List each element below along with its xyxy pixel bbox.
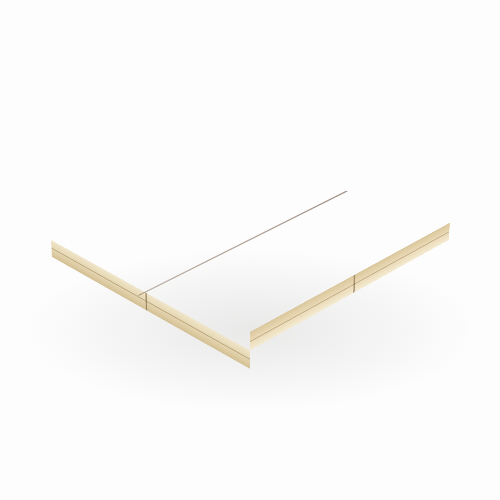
product-photo [0,0,500,500]
box-hinge-line [353,274,355,293]
box-hinge-line [145,292,147,311]
chess-board [46,149,453,356]
scene [0,0,500,500]
